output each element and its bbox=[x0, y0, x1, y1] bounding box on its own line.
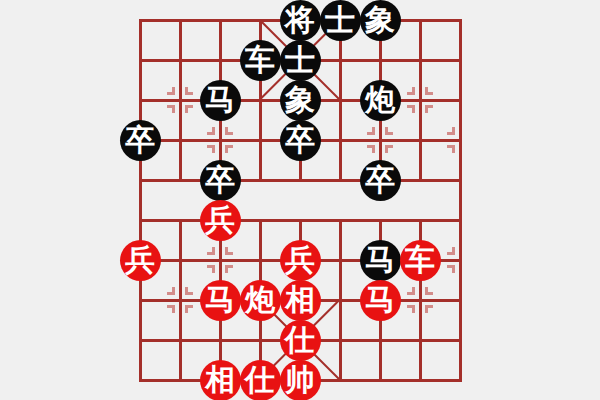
point-marker bbox=[172, 287, 175, 295]
piece-red-soldier[interactable]: 兵 bbox=[200, 200, 241, 241]
point-marker bbox=[425, 105, 428, 113]
point-marker bbox=[172, 305, 175, 313]
point-marker bbox=[185, 305, 188, 313]
point-marker bbox=[172, 87, 175, 95]
point-marker bbox=[385, 127, 388, 135]
point-marker bbox=[185, 87, 188, 95]
board-vline-edge bbox=[139, 19, 142, 382]
piece-black-horse[interactable]: 马 bbox=[200, 80, 241, 121]
piece-black-soldier[interactable]: 卒 bbox=[200, 160, 241, 201]
piece-black-cannon[interactable]: 炮 bbox=[360, 80, 401, 121]
point-marker bbox=[185, 287, 188, 295]
piece-black-chariot[interactable]: 车 bbox=[240, 40, 281, 81]
point-marker bbox=[225, 265, 228, 273]
point-marker bbox=[212, 145, 215, 153]
point-marker bbox=[452, 145, 455, 153]
piece-black-general[interactable]: 将 bbox=[280, 0, 321, 41]
point-marker bbox=[385, 145, 388, 153]
point-marker bbox=[452, 265, 455, 273]
piece-red-chariot[interactable]: 车 bbox=[400, 240, 441, 281]
point-marker bbox=[412, 287, 415, 295]
piece-black-advisor[interactable]: 士 bbox=[320, 0, 361, 41]
point-marker bbox=[372, 127, 375, 135]
piece-red-elephant[interactable]: 相 bbox=[200, 360, 241, 400]
piece-black-elephant[interactable]: 象 bbox=[360, 0, 401, 41]
point-marker bbox=[212, 265, 215, 273]
point-marker bbox=[212, 127, 215, 135]
point-marker bbox=[425, 287, 428, 295]
board-vline bbox=[419, 19, 422, 182]
point-marker bbox=[452, 247, 455, 255]
piece-red-cannon[interactable]: 炮 bbox=[240, 280, 281, 321]
point-marker bbox=[412, 105, 415, 113]
app-background: 将士象车士马象炮卒卒卒卒兵兵兵马车马炮相马仕相仕帅 bbox=[0, 0, 600, 400]
point-marker bbox=[425, 305, 428, 313]
piece-black-elephant[interactable]: 象 bbox=[280, 80, 321, 121]
point-marker bbox=[452, 127, 455, 135]
piece-red-horse[interactable]: 马 bbox=[360, 280, 401, 321]
piece-red-advisor[interactable]: 仕 bbox=[280, 320, 321, 361]
xiangqi-board[interactable]: 将士象车士马象炮卒卒卒卒兵兵兵马车马炮相马仕相仕帅 bbox=[0, 0, 600, 400]
point-marker bbox=[172, 105, 175, 113]
piece-red-soldier[interactable]: 兵 bbox=[120, 240, 161, 281]
board-vline-edge bbox=[459, 19, 462, 382]
piece-red-advisor[interactable]: 仕 bbox=[240, 360, 281, 400]
point-marker bbox=[225, 247, 228, 255]
point-marker bbox=[225, 127, 228, 135]
piece-black-advisor[interactable]: 士 bbox=[280, 40, 321, 81]
point-marker bbox=[225, 145, 228, 153]
piece-black-soldier[interactable]: 卒 bbox=[120, 120, 161, 161]
point-marker bbox=[412, 87, 415, 95]
piece-red-elephant[interactable]: 相 bbox=[280, 280, 321, 321]
piece-black-horse[interactable]: 马 bbox=[360, 240, 401, 281]
point-marker bbox=[212, 247, 215, 255]
point-marker bbox=[425, 87, 428, 95]
piece-red-horse[interactable]: 马 bbox=[200, 280, 241, 321]
point-marker bbox=[185, 105, 188, 113]
board-vline bbox=[179, 19, 182, 182]
piece-red-general[interactable]: 帅 bbox=[280, 360, 321, 400]
piece-black-soldier[interactable]: 卒 bbox=[360, 160, 401, 201]
point-marker bbox=[412, 305, 415, 313]
point-marker bbox=[372, 145, 375, 153]
piece-black-soldier[interactable]: 卒 bbox=[280, 120, 321, 161]
board-vline bbox=[179, 219, 182, 382]
piece-red-soldier[interactable]: 兵 bbox=[280, 240, 321, 281]
